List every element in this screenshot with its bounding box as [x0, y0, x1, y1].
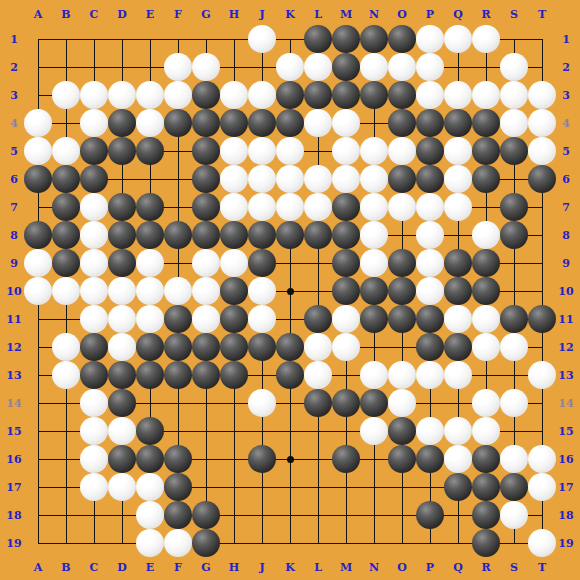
- black-stone-G4[interactable]: [192, 109, 220, 137]
- white-stone-N13[interactable]: [360, 361, 388, 389]
- row-label-right-14: 14: [558, 398, 573, 409]
- row-label-right-8: 8: [562, 230, 570, 241]
- column-label-top-N: N: [369, 9, 379, 20]
- white-stone-C9[interactable]: [80, 249, 108, 277]
- white-stone-L6[interactable]: [304, 165, 332, 193]
- black-stone-M16[interactable]: [332, 445, 360, 473]
- black-stone-P4[interactable]: [416, 109, 444, 137]
- white-stone-R11[interactable]: [472, 305, 500, 333]
- black-stone-J8[interactable]: [248, 221, 276, 249]
- black-stone-L1[interactable]: [304, 25, 332, 53]
- black-stone-D8[interactable]: [108, 221, 136, 249]
- black-stone-M14[interactable]: [332, 389, 360, 417]
- black-stone-R10[interactable]: [472, 277, 500, 305]
- black-stone-B7[interactable]: [52, 193, 80, 221]
- black-stone-R5[interactable]: [472, 137, 500, 165]
- white-stone-N5[interactable]: [360, 137, 388, 165]
- white-stone-L4[interactable]: [304, 109, 332, 137]
- grid-line-h: [38, 543, 543, 544]
- white-stone-N8[interactable]: [360, 221, 388, 249]
- white-stone-E4[interactable]: [136, 109, 164, 137]
- black-stone-T11[interactable]: [528, 305, 556, 333]
- black-stone-M7[interactable]: [332, 193, 360, 221]
- black-stone-C12[interactable]: [80, 333, 108, 361]
- white-stone-P1[interactable]: [416, 25, 444, 53]
- black-stone-R9[interactable]: [472, 249, 500, 277]
- white-stone-N9[interactable]: [360, 249, 388, 277]
- column-label-top-P: P: [426, 9, 434, 20]
- white-stone-S12[interactable]: [500, 333, 528, 361]
- white-stone-A4[interactable]: [24, 109, 52, 137]
- grid-line-h: [38, 515, 543, 516]
- go-board[interactable]: [24, 25, 556, 557]
- star-point: [287, 456, 294, 463]
- black-stone-O16[interactable]: [388, 445, 416, 473]
- black-stone-N14[interactable]: [360, 389, 388, 417]
- white-stone-R14[interactable]: [472, 389, 500, 417]
- white-stone-D11[interactable]: [108, 305, 136, 333]
- black-stone-G8[interactable]: [192, 221, 220, 249]
- black-stone-J9[interactable]: [248, 249, 276, 277]
- black-stone-N11[interactable]: [360, 305, 388, 333]
- white-stone-Q3[interactable]: [444, 81, 472, 109]
- black-stone-M9[interactable]: [332, 249, 360, 277]
- black-stone-M8[interactable]: [332, 221, 360, 249]
- white-stone-M12[interactable]: [332, 333, 360, 361]
- white-stone-P15[interactable]: [416, 417, 444, 445]
- column-label-top-E: E: [146, 9, 154, 20]
- white-stone-D15[interactable]: [108, 417, 136, 445]
- black-stone-L8[interactable]: [304, 221, 332, 249]
- column-label-bottom-O: O: [397, 562, 407, 573]
- black-stone-R4[interactable]: [472, 109, 500, 137]
- white-stone-R15[interactable]: [472, 417, 500, 445]
- black-stone-H10[interactable]: [220, 277, 248, 305]
- black-stone-L14[interactable]: [304, 389, 332, 417]
- column-label-top-K: K: [285, 9, 295, 20]
- black-stone-F11[interactable]: [164, 305, 192, 333]
- white-stone-C8[interactable]: [80, 221, 108, 249]
- black-stone-G5[interactable]: [192, 137, 220, 165]
- white-stone-N2[interactable]: [360, 53, 388, 81]
- black-stone-E7[interactable]: [136, 193, 164, 221]
- white-stone-P2[interactable]: [416, 53, 444, 81]
- white-stone-J1[interactable]: [248, 25, 276, 53]
- black-stone-P11[interactable]: [416, 305, 444, 333]
- white-stone-Q16[interactable]: [444, 445, 472, 473]
- white-stone-Q5[interactable]: [444, 137, 472, 165]
- row-label-left-15: 15: [6, 426, 21, 437]
- row-label-left-4: 4: [10, 118, 18, 129]
- column-label-bottom-B: B: [61, 562, 70, 573]
- black-stone-D9[interactable]: [108, 249, 136, 277]
- white-stone-H9[interactable]: [220, 249, 248, 277]
- column-label-top-M: M: [340, 9, 352, 20]
- row-label-right-11: 11: [558, 314, 573, 325]
- white-stone-K7[interactable]: [276, 193, 304, 221]
- black-stone-G7[interactable]: [192, 193, 220, 221]
- white-stone-A9[interactable]: [24, 249, 52, 277]
- column-label-top-C: C: [90, 9, 99, 20]
- row-label-right-19: 19: [558, 538, 573, 549]
- row-label-left-3: 3: [10, 90, 18, 101]
- white-stone-Q13[interactable]: [444, 361, 472, 389]
- black-stone-O15[interactable]: [388, 417, 416, 445]
- black-stone-G12[interactable]: [192, 333, 220, 361]
- black-stone-M3[interactable]: [332, 81, 360, 109]
- white-stone-T13[interactable]: [528, 361, 556, 389]
- column-label-top-J: J: [259, 9, 264, 20]
- row-label-left-12: 12: [6, 342, 21, 353]
- column-label-top-Q: Q: [453, 9, 463, 20]
- black-stone-F12[interactable]: [164, 333, 192, 361]
- white-stone-C14[interactable]: [80, 389, 108, 417]
- white-stone-J5[interactable]: [248, 137, 276, 165]
- black-stone-M10[interactable]: [332, 277, 360, 305]
- column-label-bottom-G: G: [201, 562, 210, 573]
- black-stone-N1[interactable]: [360, 25, 388, 53]
- black-stone-O6[interactable]: [388, 165, 416, 193]
- white-stone-O2[interactable]: [388, 53, 416, 81]
- white-stone-O13[interactable]: [388, 361, 416, 389]
- white-stone-T5[interactable]: [528, 137, 556, 165]
- black-stone-D5[interactable]: [108, 137, 136, 165]
- column-label-bottom-R: R: [481, 562, 490, 573]
- white-stone-T17[interactable]: [528, 473, 556, 501]
- black-stone-H8[interactable]: [220, 221, 248, 249]
- black-stone-G6[interactable]: [192, 165, 220, 193]
- white-stone-K5[interactable]: [276, 137, 304, 165]
- white-stone-L7[interactable]: [304, 193, 332, 221]
- white-stone-A5[interactable]: [24, 137, 52, 165]
- white-stone-E9[interactable]: [136, 249, 164, 277]
- white-stone-S3[interactable]: [500, 81, 528, 109]
- column-label-bottom-N: N: [369, 562, 379, 573]
- white-stone-H5[interactable]: [220, 137, 248, 165]
- column-label-top-L: L: [314, 9, 322, 20]
- black-stone-F8[interactable]: [164, 221, 192, 249]
- black-stone-R19[interactable]: [472, 529, 500, 557]
- black-stone-C13[interactable]: [80, 361, 108, 389]
- black-stone-P12[interactable]: [416, 333, 444, 361]
- white-stone-N7[interactable]: [360, 193, 388, 221]
- row-label-left-1: 1: [10, 34, 18, 45]
- black-stone-P16[interactable]: [416, 445, 444, 473]
- black-stone-S8[interactable]: [500, 221, 528, 249]
- white-stone-C17[interactable]: [80, 473, 108, 501]
- black-stone-O4[interactable]: [388, 109, 416, 137]
- white-stone-J11[interactable]: [248, 305, 276, 333]
- white-stone-E11[interactable]: [136, 305, 164, 333]
- column-label-bottom-E: E: [146, 562, 154, 573]
- white-stone-H6[interactable]: [220, 165, 248, 193]
- white-stone-Q7[interactable]: [444, 193, 472, 221]
- black-stone-P5[interactable]: [416, 137, 444, 165]
- black-stone-S11[interactable]: [500, 305, 528, 333]
- row-label-left-18: 18: [6, 510, 21, 521]
- column-label-top-H: H: [229, 9, 239, 20]
- column-label-bottom-P: P: [426, 562, 434, 573]
- white-stone-S18[interactable]: [500, 501, 528, 529]
- white-stone-M5[interactable]: [332, 137, 360, 165]
- white-stone-P7[interactable]: [416, 193, 444, 221]
- row-label-left-2: 2: [10, 62, 18, 73]
- white-stone-E17[interactable]: [136, 473, 164, 501]
- black-stone-D14[interactable]: [108, 389, 136, 417]
- row-label-left-7: 7: [10, 202, 18, 213]
- row-label-right-4: 4: [562, 118, 570, 129]
- white-stone-F10[interactable]: [164, 277, 192, 305]
- white-stone-N6[interactable]: [360, 165, 388, 193]
- white-stone-O14[interactable]: [388, 389, 416, 417]
- white-stone-L2[interactable]: [304, 53, 332, 81]
- white-stone-E18[interactable]: [136, 501, 164, 529]
- black-stone-N10[interactable]: [360, 277, 388, 305]
- black-stone-B6[interactable]: [52, 165, 80, 193]
- white-stone-E3[interactable]: [136, 81, 164, 109]
- column-label-top-A: A: [34, 9, 43, 20]
- white-stone-C3[interactable]: [80, 81, 108, 109]
- white-stone-P8[interactable]: [416, 221, 444, 249]
- black-stone-F16[interactable]: [164, 445, 192, 473]
- black-stone-O1[interactable]: [388, 25, 416, 53]
- black-stone-G3[interactable]: [192, 81, 220, 109]
- column-label-bottom-M: M: [340, 562, 352, 573]
- column-label-top-B: B: [61, 9, 70, 20]
- black-stone-F4[interactable]: [164, 109, 192, 137]
- black-stone-Q4[interactable]: [444, 109, 472, 137]
- white-stone-R12[interactable]: [472, 333, 500, 361]
- row-label-right-13: 13: [558, 370, 573, 381]
- black-stone-P18[interactable]: [416, 501, 444, 529]
- white-stone-L13[interactable]: [304, 361, 332, 389]
- white-stone-F2[interactable]: [164, 53, 192, 81]
- black-stone-D16[interactable]: [108, 445, 136, 473]
- black-stone-A6[interactable]: [24, 165, 52, 193]
- black-stone-J16[interactable]: [248, 445, 276, 473]
- white-stone-P9[interactable]: [416, 249, 444, 277]
- column-label-top-G: G: [201, 9, 210, 20]
- white-stone-C7[interactable]: [80, 193, 108, 221]
- white-stone-S14[interactable]: [500, 389, 528, 417]
- star-point: [287, 288, 294, 295]
- white-stone-M6[interactable]: [332, 165, 360, 193]
- white-stone-C16[interactable]: [80, 445, 108, 473]
- black-stone-M2[interactable]: [332, 53, 360, 81]
- black-stone-Q17[interactable]: [444, 473, 472, 501]
- black-stone-H13[interactable]: [220, 361, 248, 389]
- black-stone-N3[interactable]: [360, 81, 388, 109]
- row-label-right-15: 15: [558, 426, 573, 437]
- row-label-left-6: 6: [10, 174, 18, 185]
- white-stone-N15[interactable]: [360, 417, 388, 445]
- white-stone-F3[interactable]: [164, 81, 192, 109]
- white-stone-S16[interactable]: [500, 445, 528, 473]
- black-stone-E8[interactable]: [136, 221, 164, 249]
- black-stone-P6[interactable]: [416, 165, 444, 193]
- black-stone-E5[interactable]: [136, 137, 164, 165]
- row-label-left-19: 19: [6, 538, 21, 549]
- white-stone-O7[interactable]: [388, 193, 416, 221]
- white-stone-C15[interactable]: [80, 417, 108, 445]
- white-stone-B12[interactable]: [52, 333, 80, 361]
- white-stone-M4[interactable]: [332, 109, 360, 137]
- column-label-bottom-F: F: [174, 562, 182, 573]
- white-stone-K6[interactable]: [276, 165, 304, 193]
- black-stone-K12[interactable]: [276, 333, 304, 361]
- white-stone-H7[interactable]: [220, 193, 248, 221]
- column-label-bottom-J: J: [259, 562, 264, 573]
- black-stone-L11[interactable]: [304, 305, 332, 333]
- black-stone-K3[interactable]: [276, 81, 304, 109]
- row-label-left-14: 14: [6, 398, 21, 409]
- white-stone-C4[interactable]: [80, 109, 108, 137]
- black-stone-B9[interactable]: [52, 249, 80, 277]
- row-label-left-9: 9: [10, 258, 18, 269]
- black-stone-E13[interactable]: [136, 361, 164, 389]
- black-stone-E16[interactable]: [136, 445, 164, 473]
- column-label-top-S: S: [510, 9, 518, 20]
- white-stone-J10[interactable]: [248, 277, 276, 305]
- go-game-screen: AABBCCDDEEFFGGHHJJKKLLMMNNOOPPQQRRSSTT11…: [0, 0, 580, 580]
- black-stone-J12[interactable]: [248, 333, 276, 361]
- white-stone-Q6[interactable]: [444, 165, 472, 193]
- column-label-bottom-D: D: [117, 562, 127, 573]
- black-stone-S17[interactable]: [500, 473, 528, 501]
- white-stone-M11[interactable]: [332, 305, 360, 333]
- white-stone-Q15[interactable]: [444, 417, 472, 445]
- white-stone-S4[interactable]: [500, 109, 528, 137]
- white-stone-D3[interactable]: [108, 81, 136, 109]
- white-stone-C11[interactable]: [80, 305, 108, 333]
- white-stone-B10[interactable]: [52, 277, 80, 305]
- black-stone-A8[interactable]: [24, 221, 52, 249]
- column-label-bottom-K: K: [285, 562, 295, 573]
- column-label-bottom-H: H: [229, 562, 239, 573]
- white-stone-T3[interactable]: [528, 81, 556, 109]
- white-stone-J3[interactable]: [248, 81, 276, 109]
- black-stone-F17[interactable]: [164, 473, 192, 501]
- black-stone-C6[interactable]: [80, 165, 108, 193]
- white-stone-P13[interactable]: [416, 361, 444, 389]
- white-stone-J7[interactable]: [248, 193, 276, 221]
- white-stone-P3[interactable]: [416, 81, 444, 109]
- row-label-right-17: 17: [558, 482, 573, 493]
- white-stone-T4[interactable]: [528, 109, 556, 137]
- white-stone-G11[interactable]: [192, 305, 220, 333]
- row-label-right-6: 6: [562, 174, 570, 185]
- white-stone-J14[interactable]: [248, 389, 276, 417]
- black-stone-K4[interactable]: [276, 109, 304, 137]
- black-stone-Q10[interactable]: [444, 277, 472, 305]
- black-stone-G13[interactable]: [192, 361, 220, 389]
- white-stone-A10[interactable]: [24, 277, 52, 305]
- white-stone-G2[interactable]: [192, 53, 220, 81]
- black-stone-K13[interactable]: [276, 361, 304, 389]
- black-stone-F18[interactable]: [164, 501, 192, 529]
- white-stone-D12[interactable]: [108, 333, 136, 361]
- white-stone-P10[interactable]: [416, 277, 444, 305]
- row-label-right-12: 12: [558, 342, 573, 353]
- white-stone-C10[interactable]: [80, 277, 108, 305]
- row-label-left-13: 13: [6, 370, 21, 381]
- black-stone-Q12[interactable]: [444, 333, 472, 361]
- white-stone-B5[interactable]: [52, 137, 80, 165]
- row-label-right-1: 1: [562, 34, 570, 45]
- white-stone-E10[interactable]: [136, 277, 164, 305]
- white-stone-O5[interactable]: [388, 137, 416, 165]
- black-stone-J4[interactable]: [248, 109, 276, 137]
- white-stone-G9[interactable]: [192, 249, 220, 277]
- white-stone-E19[interactable]: [136, 529, 164, 557]
- white-stone-K2[interactable]: [276, 53, 304, 81]
- black-stone-O3[interactable]: [388, 81, 416, 109]
- column-label-bottom-T: T: [538, 562, 546, 573]
- row-label-left-11: 11: [6, 314, 21, 325]
- black-stone-T6[interactable]: [528, 165, 556, 193]
- black-stone-M1[interactable]: [332, 25, 360, 53]
- row-label-right-18: 18: [558, 510, 573, 521]
- black-stone-G19[interactable]: [192, 529, 220, 557]
- white-stone-R8[interactable]: [472, 221, 500, 249]
- black-stone-D13[interactable]: [108, 361, 136, 389]
- white-stone-R1[interactable]: [472, 25, 500, 53]
- black-stone-S5[interactable]: [500, 137, 528, 165]
- black-stone-H4[interactable]: [220, 109, 248, 137]
- black-stone-K8[interactable]: [276, 221, 304, 249]
- black-stone-F13[interactable]: [164, 361, 192, 389]
- black-stone-C5[interactable]: [80, 137, 108, 165]
- black-stone-D7[interactable]: [108, 193, 136, 221]
- black-stone-R18[interactable]: [472, 501, 500, 529]
- white-stone-L12[interactable]: [304, 333, 332, 361]
- white-stone-Q11[interactable]: [444, 305, 472, 333]
- black-stone-R6[interactable]: [472, 165, 500, 193]
- black-stone-G18[interactable]: [192, 501, 220, 529]
- white-stone-T16[interactable]: [528, 445, 556, 473]
- white-stone-D10[interactable]: [108, 277, 136, 305]
- black-stone-R16[interactable]: [472, 445, 500, 473]
- black-stone-E15[interactable]: [136, 417, 164, 445]
- black-stone-D4[interactable]: [108, 109, 136, 137]
- white-stone-S2[interactable]: [500, 53, 528, 81]
- white-stone-F19[interactable]: [164, 529, 192, 557]
- white-stone-D17[interactable]: [108, 473, 136, 501]
- white-stone-J6[interactable]: [248, 165, 276, 193]
- black-stone-H12[interactable]: [220, 333, 248, 361]
- black-stone-H11[interactable]: [220, 305, 248, 333]
- black-stone-Q9[interactable]: [444, 249, 472, 277]
- black-stone-O9[interactable]: [388, 249, 416, 277]
- black-stone-B8[interactable]: [52, 221, 80, 249]
- black-stone-O11[interactable]: [388, 305, 416, 333]
- column-label-bottom-L: L: [314, 562, 322, 573]
- white-stone-H3[interactable]: [220, 81, 248, 109]
- black-stone-R17[interactable]: [472, 473, 500, 501]
- white-stone-Q1[interactable]: [444, 25, 472, 53]
- white-stone-B13[interactable]: [52, 361, 80, 389]
- white-stone-B3[interactable]: [52, 81, 80, 109]
- row-label-right-5: 5: [562, 146, 570, 157]
- white-stone-R3[interactable]: [472, 81, 500, 109]
- white-stone-G10[interactable]: [192, 277, 220, 305]
- black-stone-E12[interactable]: [136, 333, 164, 361]
- black-stone-S7[interactable]: [500, 193, 528, 221]
- white-stone-T19[interactable]: [528, 529, 556, 557]
- row-label-left-8: 8: [10, 230, 18, 241]
- black-stone-L3[interactable]: [304, 81, 332, 109]
- black-stone-O10[interactable]: [388, 277, 416, 305]
